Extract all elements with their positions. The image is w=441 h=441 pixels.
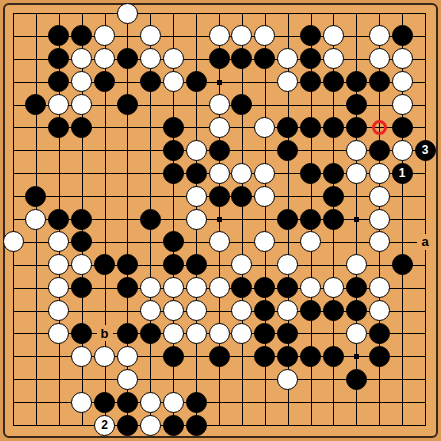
black-stone[interactable]	[346, 300, 367, 321]
black-stone[interactable]	[186, 163, 207, 184]
white-stone[interactable]	[300, 277, 321, 298]
black-stone[interactable]	[277, 140, 298, 161]
black-stone[interactable]	[163, 140, 184, 161]
black-stone[interactable]	[392, 254, 413, 275]
white-stone[interactable]	[48, 300, 69, 321]
black-stone[interactable]	[186, 254, 207, 275]
black-stone[interactable]	[300, 163, 321, 184]
white-stone[interactable]	[369, 231, 390, 252]
star-point	[217, 217, 222, 222]
black-stone[interactable]	[369, 323, 390, 344]
black-stone[interactable]	[48, 48, 69, 69]
white-stone[interactable]	[186, 300, 207, 321]
white-stone[interactable]	[346, 254, 367, 275]
white-stone[interactable]	[209, 323, 230, 344]
black-stone[interactable]	[209, 346, 230, 367]
black-stone[interactable]	[277, 117, 298, 138]
white-stone[interactable]	[277, 254, 298, 275]
white-stone[interactable]	[254, 231, 275, 252]
white-stone[interactable]	[71, 346, 92, 367]
black-stone[interactable]	[186, 392, 207, 413]
white-stone[interactable]	[48, 277, 69, 298]
board-letter-label: b	[97, 325, 113, 341]
white-stone[interactable]	[48, 231, 69, 252]
black-stone[interactable]	[71, 231, 92, 252]
black-stone[interactable]	[254, 48, 275, 69]
black-stone[interactable]	[94, 254, 115, 275]
white-stone[interactable]	[231, 254, 252, 275]
black-stone[interactable]	[163, 346, 184, 367]
black-stone[interactable]	[254, 277, 275, 298]
white-stone[interactable]	[140, 277, 161, 298]
red-circle-marker	[372, 120, 387, 135]
white-stone[interactable]	[163, 392, 184, 413]
white-stone[interactable]	[209, 231, 230, 252]
white-stone[interactable]	[140, 25, 161, 46]
black-stone[interactable]	[163, 231, 184, 252]
black-stone[interactable]	[346, 369, 367, 390]
white-stone[interactable]	[71, 254, 92, 275]
white-stone[interactable]	[346, 163, 367, 184]
white-stone[interactable]	[392, 71, 413, 92]
black-stone[interactable]	[323, 300, 344, 321]
white-stone[interactable]	[254, 186, 275, 207]
black-stone[interactable]	[48, 117, 69, 138]
black-stone[interactable]	[231, 277, 252, 298]
star-point	[354, 217, 359, 222]
white-stone[interactable]	[346, 323, 367, 344]
black-stone[interactable]	[346, 117, 367, 138]
white-stone[interactable]	[369, 25, 390, 46]
black-stone[interactable]	[117, 48, 138, 69]
black-stone[interactable]	[300, 25, 321, 46]
star-point	[354, 354, 359, 359]
black-stone[interactable]	[300, 346, 321, 367]
black-stone[interactable]	[300, 71, 321, 92]
black-stone[interactable]	[163, 163, 184, 184]
white-stone[interactable]	[209, 277, 230, 298]
grid-line-vertical	[242, 13, 243, 426]
white-stone[interactable]	[25, 209, 46, 230]
white-stone[interactable]	[117, 3, 138, 24]
grid-line-horizontal	[13, 425, 426, 426]
black-stone[interactable]	[117, 323, 138, 344]
black-stone[interactable]	[48, 71, 69, 92]
white-stone[interactable]	[48, 323, 69, 344]
white-stone[interactable]	[48, 254, 69, 275]
white-stone[interactable]	[346, 140, 367, 161]
black-stone[interactable]	[231, 94, 252, 115]
black-stone[interactable]	[323, 186, 344, 207]
black-stone[interactable]	[277, 209, 298, 230]
white-stone[interactable]	[209, 25, 230, 46]
black-stone[interactable]	[186, 71, 207, 92]
black-stone[interactable]	[277, 323, 298, 344]
move-number-stone[interactable]: 2	[94, 415, 115, 436]
white-stone[interactable]	[163, 277, 184, 298]
white-stone[interactable]	[369, 48, 390, 69]
white-stone[interactable]	[369, 209, 390, 230]
white-stone[interactable]	[186, 186, 207, 207]
white-stone[interactable]	[369, 300, 390, 321]
white-stone[interactable]	[254, 163, 275, 184]
black-stone[interactable]	[277, 346, 298, 367]
white-stone[interactable]	[300, 231, 321, 252]
black-stone[interactable]	[323, 346, 344, 367]
white-stone[interactable]	[71, 48, 92, 69]
white-stone[interactable]	[369, 186, 390, 207]
white-stone[interactable]	[392, 48, 413, 69]
black-stone[interactable]	[48, 25, 69, 46]
black-stone[interactable]	[140, 323, 161, 344]
black-stone[interactable]	[369, 346, 390, 367]
black-stone[interactable]	[163, 415, 184, 436]
black-stone[interactable]	[94, 392, 115, 413]
black-stone[interactable]	[209, 140, 230, 161]
black-stone[interactable]	[117, 415, 138, 436]
black-stone[interactable]	[254, 300, 275, 321]
white-stone[interactable]	[3, 231, 24, 252]
white-stone[interactable]	[140, 300, 161, 321]
black-stone[interactable]	[254, 323, 275, 344]
white-stone[interactable]	[163, 71, 184, 92]
black-stone[interactable]	[209, 48, 230, 69]
white-stone[interactable]	[71, 71, 92, 92]
black-stone[interactable]	[346, 71, 367, 92]
black-stone[interactable]	[140, 209, 161, 230]
white-stone[interactable]	[323, 277, 344, 298]
black-stone[interactable]	[71, 209, 92, 230]
black-stone[interactable]	[117, 392, 138, 413]
white-stone[interactable]	[186, 277, 207, 298]
white-stone[interactable]	[277, 369, 298, 390]
black-stone[interactable]	[209, 186, 230, 207]
black-stone[interactable]	[346, 277, 367, 298]
white-stone[interactable]	[323, 25, 344, 46]
white-stone[interactable]	[186, 140, 207, 161]
black-stone[interactable]	[140, 71, 161, 92]
black-stone[interactable]	[369, 71, 390, 92]
white-stone[interactable]	[369, 163, 390, 184]
white-stone[interactable]	[71, 94, 92, 115]
black-stone[interactable]	[71, 277, 92, 298]
black-stone[interactable]	[71, 25, 92, 46]
white-stone[interactable]	[48, 94, 69, 115]
black-stone[interactable]	[48, 209, 69, 230]
black-stone[interactable]	[117, 254, 138, 275]
white-stone[interactable]	[117, 369, 138, 390]
black-stone[interactable]	[300, 209, 321, 230]
white-stone[interactable]	[231, 25, 252, 46]
white-stone[interactable]	[209, 117, 230, 138]
black-stone[interactable]	[323, 71, 344, 92]
black-stone[interactable]	[346, 94, 367, 115]
white-stone[interactable]	[186, 323, 207, 344]
black-stone[interactable]	[71, 117, 92, 138]
white-stone[interactable]	[209, 94, 230, 115]
white-stone[interactable]	[277, 300, 298, 321]
white-stone[interactable]	[254, 25, 275, 46]
move-number-stone[interactable]: 1	[392, 163, 413, 184]
white-stone[interactable]	[140, 415, 161, 436]
black-stone[interactable]	[300, 117, 321, 138]
white-stone[interactable]	[94, 25, 115, 46]
white-stone[interactable]	[231, 163, 252, 184]
white-stone[interactable]	[369, 277, 390, 298]
white-stone[interactable]	[140, 48, 161, 69]
black-stone[interactable]	[277, 277, 298, 298]
black-stone[interactable]	[392, 117, 413, 138]
black-stone[interactable]	[117, 94, 138, 115]
board-letter-label: a	[417, 234, 433, 250]
black-stone[interactable]	[369, 140, 390, 161]
move-number-stone[interactable]: 3	[415, 140, 436, 161]
black-stone[interactable]	[231, 48, 252, 69]
black-stone[interactable]	[186, 415, 207, 436]
black-stone[interactable]	[163, 117, 184, 138]
go-board[interactable]: 312ab	[0, 0, 441, 441]
black-stone[interactable]	[163, 254, 184, 275]
white-stone[interactable]	[94, 346, 115, 367]
black-stone[interactable]	[94, 71, 115, 92]
white-stone[interactable]	[392, 94, 413, 115]
white-stone[interactable]	[163, 323, 184, 344]
white-stone[interactable]	[163, 300, 184, 321]
white-stone[interactable]	[323, 48, 344, 69]
white-stone[interactable]	[277, 71, 298, 92]
white-stone[interactable]	[186, 209, 207, 230]
black-stone[interactable]	[25, 186, 46, 207]
black-stone[interactable]	[231, 186, 252, 207]
black-stone[interactable]	[300, 300, 321, 321]
black-stone[interactable]	[300, 48, 321, 69]
grid-line-vertical	[425, 13, 426, 426]
white-stone[interactable]	[94, 48, 115, 69]
white-stone[interactable]	[392, 140, 413, 161]
white-stone[interactable]	[71, 392, 92, 413]
go-game-diagram: 312ab	[0, 0, 441, 441]
white-stone[interactable]	[277, 48, 298, 69]
black-stone[interactable]	[323, 163, 344, 184]
white-stone[interactable]	[140, 392, 161, 413]
black-stone[interactable]	[71, 323, 92, 344]
black-stone[interactable]	[323, 209, 344, 230]
white-stone[interactable]	[231, 300, 252, 321]
white-stone[interactable]	[163, 48, 184, 69]
black-stone[interactable]	[117, 277, 138, 298]
black-stone[interactable]	[392, 25, 413, 46]
white-stone[interactable]	[231, 323, 252, 344]
black-stone[interactable]	[323, 117, 344, 138]
white-stone[interactable]	[117, 346, 138, 367]
black-stone[interactable]	[254, 346, 275, 367]
white-stone[interactable]	[209, 163, 230, 184]
star-point	[217, 80, 222, 85]
white-stone[interactable]	[254, 117, 275, 138]
black-stone[interactable]	[25, 94, 46, 115]
